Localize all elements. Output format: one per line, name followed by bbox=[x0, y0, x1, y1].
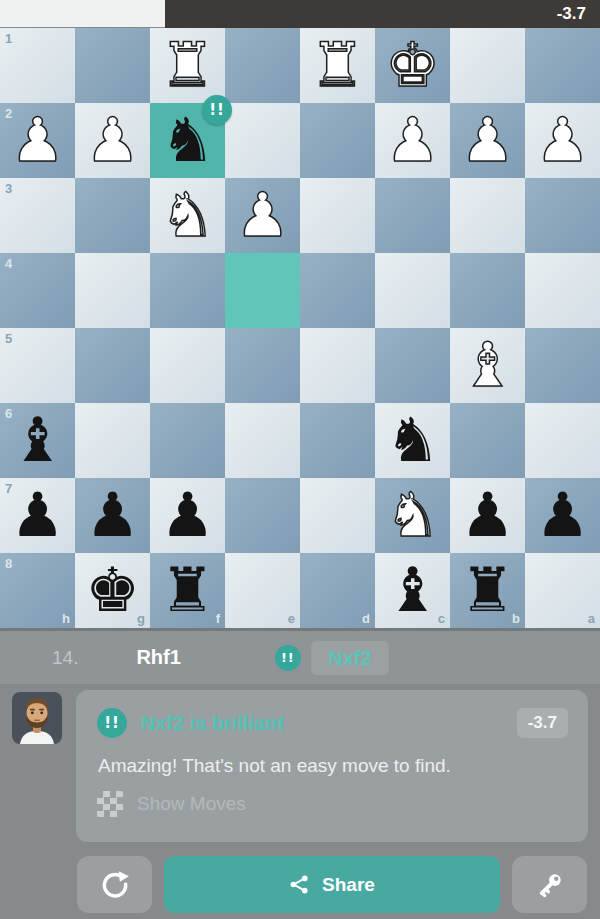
move-number: 14. bbox=[52, 647, 78, 669]
rank-label-1: 1 bbox=[5, 31, 12, 46]
brilliant-badge-icon: !! bbox=[97, 708, 127, 738]
square-g2[interactable]: ♟ bbox=[75, 103, 150, 178]
analysis-screen: -3.7 1♜♜♚♟2♟♞♟♟♟3♞♟45♝♝6♞♟7♟♟♞♟♟8h♚g♜fed… bbox=[0, 0, 600, 919]
square-h3[interactable]: 3 bbox=[0, 178, 75, 253]
show-moves-label: Show Moves bbox=[137, 793, 246, 815]
square-b8[interactable]: ♜b bbox=[450, 553, 525, 628]
piece-bP-f7[interactable]: ♟ bbox=[150, 478, 225, 553]
rank-label-7: 7 bbox=[5, 481, 12, 496]
file-label-g: g bbox=[137, 611, 145, 626]
square-e3[interactable]: ♟ bbox=[225, 178, 300, 253]
square-b1[interactable] bbox=[450, 28, 525, 103]
share-label: Share bbox=[322, 874, 375, 896]
square-c1[interactable]: ♚ bbox=[375, 28, 450, 103]
piece-wP-a2[interactable]: ♟ bbox=[525, 103, 600, 178]
square-f6[interactable] bbox=[150, 403, 225, 478]
square-a8[interactable]: a bbox=[525, 553, 600, 628]
square-h4[interactable]: 4 bbox=[0, 253, 75, 328]
square-h1[interactable]: 1 bbox=[0, 28, 75, 103]
square-a7[interactable]: ♟ bbox=[525, 478, 600, 553]
square-d1[interactable]: ♜ bbox=[300, 28, 375, 103]
square-b6[interactable] bbox=[450, 403, 525, 478]
show-moves-button[interactable]: Show Moves bbox=[97, 791, 568, 817]
brilliant-badge-on-board: !! bbox=[202, 95, 232, 125]
actions-row: Share bbox=[0, 856, 600, 914]
retry-icon bbox=[99, 869, 131, 901]
piece-wP-b2[interactable]: ♟ bbox=[450, 103, 525, 178]
piece-wN-f3[interactable]: ♞ bbox=[150, 178, 225, 253]
rank-label-6: 6 bbox=[5, 406, 12, 421]
square-a1[interactable] bbox=[525, 28, 600, 103]
square-g8[interactable]: ♚g bbox=[75, 553, 150, 628]
square-h2[interactable]: ♟2 bbox=[0, 103, 75, 178]
square-a4[interactable] bbox=[525, 253, 600, 328]
square-f8[interactable]: ♜f bbox=[150, 553, 225, 628]
square-b2[interactable]: ♟ bbox=[450, 103, 525, 178]
mini-chessboard-icon bbox=[97, 791, 123, 817]
square-d3[interactable] bbox=[300, 178, 375, 253]
rank-label-3: 3 bbox=[5, 181, 12, 196]
piece-wB-b5[interactable]: ♝ bbox=[450, 328, 525, 403]
square-c8[interactable]: ♝c bbox=[375, 553, 450, 628]
coach-comment-section: !! Nxf2 is brilliant -3.7 Amazing! That'… bbox=[0, 684, 600, 919]
square-h6[interactable]: ♝6 bbox=[0, 403, 75, 478]
square-g6[interactable] bbox=[75, 403, 150, 478]
piece-wN-c7[interactable]: ♞ bbox=[375, 478, 450, 553]
comment-body-text: Amazing! That's not an easy move to find… bbox=[98, 755, 568, 777]
square-a6[interactable] bbox=[525, 403, 600, 478]
square-e6[interactable] bbox=[225, 403, 300, 478]
eval-chip: -3.7 bbox=[517, 708, 568, 738]
status-bar: -3.7 bbox=[0, 0, 600, 28]
square-f4[interactable] bbox=[150, 253, 225, 328]
piece-wR-d1[interactable]: ♜ bbox=[300, 28, 375, 103]
square-e2[interactable] bbox=[225, 103, 300, 178]
square-h5[interactable]: 5 bbox=[0, 328, 75, 403]
square-d5[interactable] bbox=[300, 328, 375, 403]
square-e8[interactable]: e bbox=[225, 553, 300, 628]
piece-wP-e3[interactable]: ♟ bbox=[225, 178, 300, 253]
comment-card: !! Nxf2 is brilliant -3.7 Amazing! That'… bbox=[76, 690, 588, 842]
square-d4[interactable] bbox=[300, 253, 375, 328]
square-c7[interactable]: ♞ bbox=[375, 478, 450, 553]
piece-bP-b7[interactable]: ♟ bbox=[450, 478, 525, 553]
piece-wK-c1[interactable]: ♚ bbox=[375, 28, 450, 103]
square-a5[interactable] bbox=[525, 328, 600, 403]
file-label-e: e bbox=[288, 611, 295, 626]
square-e4[interactable] bbox=[225, 253, 300, 328]
share-button[interactable]: Share bbox=[164, 856, 500, 913]
square-c3[interactable] bbox=[375, 178, 450, 253]
square-d7[interactable] bbox=[300, 478, 375, 553]
square-g1[interactable] bbox=[75, 28, 150, 103]
file-label-c: c bbox=[438, 611, 445, 626]
rank-label-5: 5 bbox=[5, 331, 12, 346]
rank-label-2: 2 bbox=[5, 106, 12, 121]
rank-label-8: 8 bbox=[5, 556, 12, 571]
square-e7[interactable] bbox=[225, 478, 300, 553]
piece-wP-c2[interactable]: ♟ bbox=[375, 103, 450, 178]
file-label-b: b bbox=[512, 611, 520, 626]
square-e5[interactable] bbox=[225, 328, 300, 403]
evaluation-score: -3.7 bbox=[165, 0, 600, 28]
piece-wP-g2[interactable]: ♟ bbox=[75, 103, 150, 178]
square-e1[interactable] bbox=[225, 28, 300, 103]
square-g3[interactable] bbox=[75, 178, 150, 253]
square-c2[interactable]: ♟ bbox=[375, 103, 450, 178]
rank-label-4: 4 bbox=[5, 256, 12, 271]
black-move-chip[interactable]: Nxf2 bbox=[311, 641, 389, 675]
square-h7[interactable]: ♟7 bbox=[0, 478, 75, 553]
square-c5[interactable] bbox=[375, 328, 450, 403]
square-f7[interactable]: ♟ bbox=[150, 478, 225, 553]
share-icon bbox=[289, 874, 310, 895]
square-d2[interactable] bbox=[300, 103, 375, 178]
square-c6[interactable]: ♞ bbox=[375, 403, 450, 478]
key-icon bbox=[536, 871, 564, 899]
square-f1[interactable]: ♜ bbox=[150, 28, 225, 103]
status-notch-area bbox=[0, 0, 165, 27]
piece-bR-f8[interactable]: ♜ bbox=[150, 553, 225, 628]
white-move[interactable]: Rhf1 bbox=[136, 646, 180, 669]
comment-headline: Nxf2 is brilliant bbox=[141, 712, 284, 735]
brilliant-badge-icon: !! bbox=[275, 645, 301, 671]
coach-avatar bbox=[12, 692, 62, 744]
chess-board[interactable]: 1♜♜♚♟2♟♞♟♟♟3♞♟45♝♝6♞♟7♟♟♞♟♟8h♚g♜fed♝c♜ba… bbox=[0, 28, 600, 628]
square-c4[interactable] bbox=[375, 253, 450, 328]
square-a3[interactable] bbox=[525, 178, 600, 253]
comment-headline-row: !! Nxf2 is brilliant -3.7 bbox=[97, 708, 568, 738]
square-f3[interactable]: ♞ bbox=[150, 178, 225, 253]
square-h8[interactable]: 8h bbox=[0, 553, 75, 628]
piece-bP-a7[interactable]: ♟ bbox=[525, 478, 600, 553]
square-b5[interactable]: ♝ bbox=[450, 328, 525, 403]
square-a2[interactable]: ♟ bbox=[525, 103, 600, 178]
file-label-a: a bbox=[588, 611, 595, 626]
square-b4[interactable] bbox=[450, 253, 525, 328]
square-g5[interactable] bbox=[75, 328, 150, 403]
solution-key-button[interactable] bbox=[512, 856, 587, 913]
square-g7[interactable]: ♟ bbox=[75, 478, 150, 553]
square-b3[interactable] bbox=[450, 178, 525, 253]
square-d8[interactable]: d bbox=[300, 553, 375, 628]
square-b7[interactable]: ♟ bbox=[450, 478, 525, 553]
square-g4[interactable] bbox=[75, 253, 150, 328]
file-label-h: h bbox=[62, 611, 70, 626]
piece-bN-c6[interactable]: ♞ bbox=[375, 403, 450, 478]
square-d6[interactable] bbox=[300, 403, 375, 478]
square-f5[interactable] bbox=[150, 328, 225, 403]
file-label-f: f bbox=[216, 611, 220, 626]
piece-bP-g7[interactable]: ♟ bbox=[75, 478, 150, 553]
retry-button[interactable] bbox=[77, 856, 152, 913]
piece-wR-f1[interactable]: ♜ bbox=[150, 28, 225, 103]
move-bar: 14. Rhf1 !! Nxf2 bbox=[0, 628, 600, 684]
file-label-d: d bbox=[362, 611, 370, 626]
